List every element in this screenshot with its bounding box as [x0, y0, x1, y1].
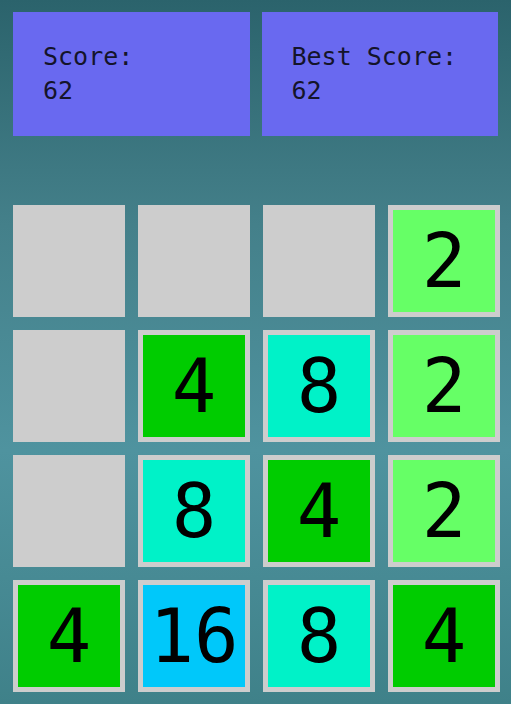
- board-cell-r4c1: 4: [13, 580, 125, 692]
- board-cell-r1c1: [13, 205, 125, 317]
- tile-4: 4: [268, 460, 370, 562]
- score-value: 62: [43, 74, 250, 108]
- board-cell-r2c4: 2: [388, 330, 500, 442]
- board-cell-r1c4: 2: [388, 205, 500, 317]
- tile-8: 8: [143, 460, 245, 562]
- tile-8: 8: [268, 585, 370, 687]
- board-cell-r4c3: 8: [263, 580, 375, 692]
- tile-2: 2: [393, 460, 495, 562]
- board-2048[interactable]: 248284241684: [13, 205, 498, 692]
- board-cell-r3c2: 8: [138, 455, 250, 567]
- tile-8: 8: [268, 335, 370, 437]
- score-header: Score: 62 Best Score: 62: [0, 0, 511, 136]
- tile-2: 2: [393, 335, 495, 437]
- best-score-box: Best Score: 62: [262, 12, 499, 136]
- best-score-label: Best Score:: [292, 40, 499, 74]
- board-cell-r4c2: 16: [138, 580, 250, 692]
- board-cell-r3c4: 2: [388, 455, 500, 567]
- board-cell-r2c3: 8: [263, 330, 375, 442]
- tile-4: 4: [393, 585, 495, 687]
- tile-16: 16: [143, 585, 245, 687]
- score-box: Score: 62: [13, 12, 250, 136]
- board-cell-r4c4: 4: [388, 580, 500, 692]
- board-cell-r2c2: 4: [138, 330, 250, 442]
- board-cell-r3c1: [13, 455, 125, 567]
- board-cell-r1c3: [263, 205, 375, 317]
- tile-4: 4: [143, 335, 245, 437]
- tile-2: 2: [393, 210, 495, 312]
- best-score-value: 62: [292, 74, 499, 108]
- score-label: Score:: [43, 40, 250, 74]
- board-cell-r1c2: [138, 205, 250, 317]
- board-cell-r3c3: 4: [263, 455, 375, 567]
- tile-4: 4: [18, 585, 120, 687]
- board-cell-r2c1: [13, 330, 125, 442]
